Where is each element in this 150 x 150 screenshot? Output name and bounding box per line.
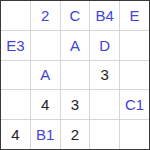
cell-r5c4[interactable] [90,120,119,149]
cell-r3c4[interactable]: 3 [90,61,119,90]
cell-r1c4[interactable]: B4 [90,1,119,30]
puzzle-board: 2CB4EE3ADA343C14B12 [0,0,150,150]
cell-r3c3[interactable] [61,61,90,90]
cell-r1c1[interactable] [1,1,30,30]
cell-r2c1[interactable]: E3 [1,31,30,60]
cell-r3c5[interactable] [120,61,149,90]
cell-r3c1[interactable] [1,61,30,90]
cell-r5c5[interactable] [120,120,149,149]
cell-r1c5[interactable]: E [120,1,149,30]
cell-r4c1[interactable] [1,90,30,119]
cell-r1c3[interactable]: C [61,1,90,30]
cell-r4c3[interactable]: 3 [61,90,90,119]
cell-r2c5[interactable] [120,31,149,60]
cell-r5c2[interactable]: B1 [31,120,60,149]
cell-r4c5[interactable]: C1 [120,90,149,119]
cell-r2c3[interactable]: A [61,31,90,60]
cell-r5c3[interactable]: 2 [61,120,90,149]
cell-r4c2[interactable]: 4 [31,90,60,119]
cell-r4c4[interactable] [90,90,119,119]
cell-r2c4[interactable]: D [90,31,119,60]
cell-r3c2[interactable]: A [31,61,60,90]
cell-r1c2[interactable]: 2 [31,1,60,30]
cell-r2c2[interactable] [31,31,60,60]
cell-r5c1[interactable]: 4 [1,120,30,149]
